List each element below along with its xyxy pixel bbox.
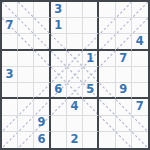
cell-r6c7[interactable] bbox=[99, 83, 115, 99]
cell-r9c9[interactable] bbox=[132, 132, 148, 148]
cell-r2c5[interactable] bbox=[67, 18, 83, 34]
cell-r6c9[interactable] bbox=[132, 83, 148, 99]
cell-r8c3[interactable]: 9 bbox=[34, 116, 50, 132]
cell-r5c5[interactable] bbox=[67, 67, 83, 83]
cell-r6c2[interactable] bbox=[18, 83, 34, 99]
cell-r5c3[interactable] bbox=[34, 67, 50, 83]
cell-r7c4[interactable] bbox=[51, 99, 67, 115]
cell-r8c9[interactable] bbox=[132, 116, 148, 132]
cell-r7c1[interactable] bbox=[2, 99, 18, 115]
cell-r9c5[interactable]: 2 bbox=[67, 132, 83, 148]
cell-r6c5[interactable] bbox=[67, 83, 83, 99]
cell-r2c1[interactable]: 7 bbox=[2, 18, 18, 34]
cell-r1c8[interactable] bbox=[116, 2, 132, 18]
cell-r4c5[interactable] bbox=[67, 51, 83, 67]
cell-r7c7[interactable] bbox=[99, 99, 115, 115]
cell-r1c2[interactable] bbox=[18, 2, 34, 18]
cell-r8c4[interactable] bbox=[51, 116, 67, 132]
cell-r4c3[interactable] bbox=[34, 51, 50, 67]
cell-r1c3[interactable] bbox=[34, 2, 50, 18]
cell-r6c1[interactable] bbox=[2, 83, 18, 99]
cell-r6c3[interactable] bbox=[34, 83, 50, 99]
cell-grid: 371417365947962 bbox=[2, 2, 148, 148]
cell-r2c8[interactable] bbox=[116, 18, 132, 34]
cell-r1c6[interactable] bbox=[83, 2, 99, 18]
cell-r8c1[interactable] bbox=[2, 116, 18, 132]
cell-r6c4[interactable]: 6 bbox=[51, 83, 67, 99]
cell-r1c4[interactable]: 3 bbox=[51, 2, 67, 18]
cell-r5c1[interactable]: 3 bbox=[2, 67, 18, 83]
cell-r4c4[interactable] bbox=[51, 51, 67, 67]
cell-r3c6[interactable] bbox=[83, 34, 99, 50]
cell-r1c5[interactable] bbox=[67, 2, 83, 18]
cell-r7c2[interactable] bbox=[18, 99, 34, 115]
cell-r5c9[interactable] bbox=[132, 67, 148, 83]
cell-r3c9[interactable]: 4 bbox=[132, 34, 148, 50]
cell-r5c4[interactable] bbox=[51, 67, 67, 83]
cell-r3c2[interactable] bbox=[18, 34, 34, 50]
cell-r3c8[interactable] bbox=[116, 34, 132, 50]
cell-r7c6[interactable] bbox=[83, 99, 99, 115]
cell-r8c5[interactable] bbox=[67, 116, 83, 132]
cell-r7c3[interactable] bbox=[34, 99, 50, 115]
cell-r9c8[interactable] bbox=[116, 132, 132, 148]
cell-r4c1[interactable] bbox=[2, 51, 18, 67]
cell-r8c7[interactable] bbox=[99, 116, 115, 132]
cell-r3c3[interactable] bbox=[34, 34, 50, 50]
cell-r4c7[interactable] bbox=[99, 51, 115, 67]
cell-r3c7[interactable] bbox=[99, 34, 115, 50]
cell-r3c4[interactable] bbox=[51, 34, 67, 50]
cell-r3c1[interactable] bbox=[2, 34, 18, 50]
cell-r2c2[interactable] bbox=[18, 18, 34, 34]
cell-r9c3[interactable]: 6 bbox=[34, 132, 50, 148]
cell-r6c8[interactable]: 9 bbox=[116, 83, 132, 99]
cell-r8c8[interactable] bbox=[116, 116, 132, 132]
cell-r4c9[interactable] bbox=[132, 51, 148, 67]
cell-r6c6[interactable]: 5 bbox=[83, 83, 99, 99]
cell-r5c8[interactable] bbox=[116, 67, 132, 83]
cell-r9c6[interactable] bbox=[83, 132, 99, 148]
cell-r1c9[interactable] bbox=[132, 2, 148, 18]
cell-r5c2[interactable] bbox=[18, 67, 34, 83]
cell-r3c5[interactable] bbox=[67, 34, 83, 50]
cell-r9c2[interactable] bbox=[18, 132, 34, 148]
cell-r5c7[interactable] bbox=[99, 67, 115, 83]
cell-r4c2[interactable] bbox=[18, 51, 34, 67]
cell-r4c6[interactable]: 1 bbox=[83, 51, 99, 67]
cell-r7c8[interactable] bbox=[116, 99, 132, 115]
cell-r7c5[interactable]: 4 bbox=[67, 99, 83, 115]
cell-r2c4[interactable]: 1 bbox=[51, 18, 67, 34]
cell-r2c9[interactable] bbox=[132, 18, 148, 34]
cell-r2c7[interactable] bbox=[99, 18, 115, 34]
cell-r4c8[interactable]: 7 bbox=[116, 51, 132, 67]
cell-r9c7[interactable] bbox=[99, 132, 115, 148]
cell-r7c9[interactable]: 7 bbox=[132, 99, 148, 115]
cell-r1c7[interactable] bbox=[99, 2, 115, 18]
cell-r8c2[interactable] bbox=[18, 116, 34, 132]
cell-r9c1[interactable] bbox=[2, 132, 18, 148]
cell-r2c3[interactable] bbox=[34, 18, 50, 34]
cell-r8c6[interactable] bbox=[83, 116, 99, 132]
cell-r1c1[interactable] bbox=[2, 2, 18, 18]
cell-r5c6[interactable] bbox=[83, 67, 99, 83]
cell-r9c4[interactable] bbox=[51, 132, 67, 148]
sudoku-board: 371417365947962 bbox=[0, 0, 150, 150]
cell-r2c6[interactable] bbox=[83, 18, 99, 34]
